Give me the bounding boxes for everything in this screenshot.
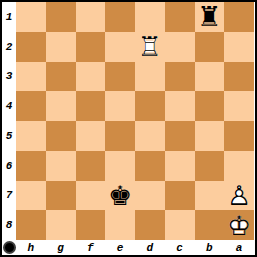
file-labels: hgfedcba [16,240,254,255]
square-d3[interactable] [135,62,165,92]
square-e4[interactable] [105,91,135,121]
square-b2[interactable] [195,32,225,62]
piece-black-rook-b1[interactable]: ♜ [195,3,223,31]
square-d5[interactable] [135,121,165,151]
file-label-b: b [195,240,225,255]
square-b8[interactable] [195,210,225,240]
chess-board: ♜♜♖♚♟♙♚♔ [16,2,254,240]
square-b6[interactable] [195,151,225,181]
square-e5[interactable] [105,121,135,151]
rank-label-5: 5 [2,121,16,151]
square-g4[interactable] [46,91,76,121]
square-b1[interactable]: ♜ [195,2,225,32]
square-c3[interactable] [165,62,195,92]
square-a3[interactable] [224,62,254,92]
file-label-h: h [16,240,46,255]
white-king-outline: ♔ [225,211,253,239]
rank-label-1: 1 [2,2,16,32]
square-f4[interactable] [76,91,106,121]
rank-labels: 12345678 [2,2,16,240]
square-f5[interactable] [76,121,106,151]
file-label-f: f [76,240,106,255]
white-pawn-outline: ♙ [225,181,253,209]
square-g3[interactable] [46,62,76,92]
square-h6[interactable] [16,151,46,181]
square-c7[interactable] [165,181,195,211]
rank-label-2: 2 [2,32,16,62]
square-a6[interactable] [224,151,254,181]
square-c8[interactable] [165,210,195,240]
square-e3[interactable] [105,62,135,92]
square-a7[interactable]: ♟♙ [224,181,254,211]
square-d8[interactable] [135,210,165,240]
square-g6[interactable] [46,151,76,181]
square-g5[interactable] [46,121,76,151]
file-label-c: c [165,240,195,255]
square-f6[interactable] [76,151,106,181]
square-d4[interactable] [135,91,165,121]
square-g1[interactable] [46,2,76,32]
rank-label-6: 6 [2,151,16,181]
square-c2[interactable] [165,32,195,62]
file-label-a: a [224,240,254,255]
square-f2[interactable] [76,32,106,62]
square-d6[interactable] [135,151,165,181]
square-f7[interactable] [76,181,106,211]
square-h4[interactable] [16,91,46,121]
square-h7[interactable] [16,181,46,211]
square-a2[interactable] [224,32,254,62]
square-c1[interactable] [165,2,195,32]
square-e2[interactable] [105,32,135,62]
square-b7[interactable] [195,181,225,211]
square-c4[interactable] [165,91,195,121]
square-h5[interactable] [16,121,46,151]
square-e1[interactable] [105,2,135,32]
square-b5[interactable] [195,121,225,151]
black-to-move-indicator [3,241,16,254]
rank-label-7: 7 [2,181,16,211]
white-rook-outline: ♖ [136,33,164,61]
square-h8[interactable] [16,210,46,240]
square-f3[interactable] [76,62,106,92]
square-g7[interactable] [46,181,76,211]
black-king-glyph: ♚ [106,181,134,209]
square-d1[interactable] [135,2,165,32]
piece-white-rook-d2[interactable]: ♜♖ [136,33,164,61]
piece-white-king-a8[interactable]: ♚♔ [225,211,253,239]
square-h3[interactable] [16,62,46,92]
square-a5[interactable] [224,121,254,151]
square-c5[interactable] [165,121,195,151]
file-label-e: e [105,240,135,255]
square-a4[interactable] [224,91,254,121]
square-f1[interactable] [76,2,106,32]
square-a1[interactable] [224,2,254,32]
chess-diagram: 12345678 ♜♜♖♚♟♙♚♔ hgfedcba [0,0,257,257]
square-e8[interactable] [105,210,135,240]
file-label-g: g [46,240,76,255]
piece-white-pawn-a7[interactable]: ♟♙ [225,181,253,209]
rank-label-4: 4 [2,91,16,121]
square-e7[interactable]: ♚ [105,181,135,211]
square-a8[interactable]: ♚♔ [224,210,254,240]
square-g8[interactable] [46,210,76,240]
square-e6[interactable] [105,151,135,181]
square-d7[interactable] [135,181,165,211]
file-label-d: d [135,240,165,255]
square-b4[interactable] [195,91,225,121]
rank-label-3: 3 [2,62,16,92]
black-rook-glyph: ♜ [195,3,223,31]
piece-black-king-e7[interactable]: ♚ [106,181,134,209]
square-h1[interactable] [16,2,46,32]
square-g2[interactable] [46,32,76,62]
square-h2[interactable] [16,32,46,62]
square-b3[interactable] [195,62,225,92]
square-f8[interactable] [76,210,106,240]
square-c6[interactable] [165,151,195,181]
rank-label-8: 8 [2,210,16,240]
square-d2[interactable]: ♜♖ [135,32,165,62]
